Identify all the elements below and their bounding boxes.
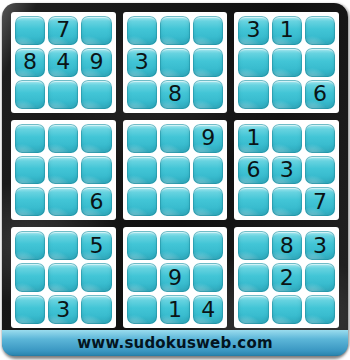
cell-r3c9[interactable]: 6 — [305, 80, 335, 109]
cell-r1c6[interactable] — [193, 16, 223, 45]
cell-r4c7[interactable]: 1 — [238, 124, 268, 153]
cell-r8c7[interactable] — [238, 263, 268, 292]
cell-value: 6 — [313, 83, 327, 105]
cell-r1c4[interactable] — [127, 16, 157, 45]
cell-r3c6[interactable] — [193, 80, 223, 109]
box-4: 6 — [11, 120, 116, 221]
cell-r6c1[interactable] — [15, 187, 45, 216]
cell-r1c2[interactable]: 7 — [48, 16, 78, 45]
cell-r6c7[interactable] — [238, 187, 268, 216]
cell-r9c9[interactable] — [305, 295, 335, 324]
cell-r6c5[interactable] — [160, 187, 190, 216]
cell-r8c3[interactable] — [81, 263, 111, 292]
cell-r9c7[interactable] — [238, 295, 268, 324]
cell-r7c9[interactable]: 3 — [305, 231, 335, 260]
cell-r2c1[interactable]: 8 — [15, 48, 45, 77]
box-2: 38 — [123, 12, 228, 113]
cell-r8c5[interactable]: 9 — [160, 263, 190, 292]
cell-r7c5[interactable] — [160, 231, 190, 260]
box-3: 316 — [234, 12, 339, 113]
cell-r6c6[interactable] — [193, 187, 223, 216]
cell-r4c2[interactable] — [48, 124, 78, 153]
cell-r4c8[interactable] — [272, 124, 302, 153]
cell-r7c6[interactable] — [193, 231, 223, 260]
cell-r6c4[interactable] — [127, 187, 157, 216]
cell-value: 6 — [246, 159, 260, 181]
cell-r5c7[interactable]: 6 — [238, 156, 268, 185]
cell-value: 9 — [201, 127, 215, 149]
cell-r2c2[interactable]: 4 — [48, 48, 78, 77]
cell-r6c8[interactable] — [272, 187, 302, 216]
cell-r2c5[interactable] — [160, 48, 190, 77]
cell-r5c4[interactable] — [127, 156, 157, 185]
cell-r9c8[interactable] — [272, 295, 302, 324]
cell-r6c2[interactable] — [48, 187, 78, 216]
cell-r5c5[interactable] — [160, 156, 190, 185]
cell-value: 3 — [280, 159, 294, 181]
cell-r9c4[interactable] — [127, 295, 157, 324]
cell-r3c2[interactable] — [48, 80, 78, 109]
cell-value: 6 — [90, 191, 104, 213]
cell-r2c4[interactable]: 3 — [127, 48, 157, 77]
cell-r4c5[interactable] — [160, 124, 190, 153]
footer-bar: www.sudokusweb.com — [2, 330, 348, 356]
cell-r6c3[interactable]: 6 — [81, 187, 111, 216]
cell-r4c3[interactable] — [81, 124, 111, 153]
cell-value: 1 — [280, 19, 294, 41]
website-link[interactable]: www.sudokusweb.com — [77, 334, 272, 352]
cell-r9c2[interactable]: 3 — [48, 295, 78, 324]
cell-r8c6[interactable] — [193, 263, 223, 292]
cell-r8c8[interactable]: 2 — [272, 263, 302, 292]
cell-r3c8[interactable] — [272, 80, 302, 109]
cell-r3c3[interactable] — [81, 80, 111, 109]
cell-value: 3 — [135, 51, 149, 73]
board-frame: 78493831669163753914832 www.sudokusweb.c… — [2, 3, 348, 356]
sudoku-plaque: 78493831669163753914832 www.sudokusweb.c… — [0, 0, 350, 360]
cell-value: 8 — [23, 51, 37, 73]
cell-value: 9 — [168, 267, 182, 289]
cell-r3c7[interactable] — [238, 80, 268, 109]
cell-value: 7 — [56, 19, 70, 41]
box-8: 914 — [123, 227, 228, 328]
cell-r7c8[interactable]: 8 — [272, 231, 302, 260]
cell-r7c7[interactable] — [238, 231, 268, 260]
cell-r8c9[interactable] — [305, 263, 335, 292]
cell-r3c4[interactable] — [127, 80, 157, 109]
cell-r6c9[interactable]: 7 — [305, 187, 335, 216]
cell-r4c9[interactable] — [305, 124, 335, 153]
cell-r2c3[interactable]: 9 — [81, 48, 111, 77]
box-5: 9 — [123, 120, 228, 221]
cell-r2c6[interactable] — [193, 48, 223, 77]
box-7: 53 — [11, 227, 116, 328]
cell-r8c1[interactable] — [15, 263, 45, 292]
sudoku-board: 78493831669163753914832 — [11, 12, 339, 328]
cell-r9c6[interactable]: 4 — [193, 295, 223, 324]
cell-r7c1[interactable] — [15, 231, 45, 260]
cell-r7c2[interactable] — [48, 231, 78, 260]
cell-value: 9 — [90, 51, 104, 73]
cell-r5c3[interactable] — [81, 156, 111, 185]
cell-r7c3[interactable]: 5 — [81, 231, 111, 260]
cell-value: 3 — [313, 235, 327, 257]
cell-r2c9[interactable] — [305, 48, 335, 77]
cell-r7c4[interactable] — [127, 231, 157, 260]
box-9: 832 — [234, 227, 339, 328]
cell-value: 3 — [56, 299, 70, 321]
cell-r3c5[interactable]: 8 — [160, 80, 190, 109]
cell-r5c6[interactable] — [193, 156, 223, 185]
cell-r4c4[interactable] — [127, 124, 157, 153]
cell-r4c1[interactable] — [15, 124, 45, 153]
cell-r4c6[interactable]: 9 — [193, 124, 223, 153]
cell-value: 8 — [280, 235, 294, 257]
cell-value: 2 — [280, 267, 294, 289]
cell-value: 8 — [168, 83, 182, 105]
cell-r2c7[interactable] — [238, 48, 268, 77]
cell-value: 4 — [56, 51, 70, 73]
cell-value: 4 — [201, 299, 215, 321]
box-6: 1637 — [234, 120, 339, 221]
cell-r5c8[interactable]: 3 — [272, 156, 302, 185]
cell-r9c3[interactable] — [81, 295, 111, 324]
cell-r1c5[interactable] — [160, 16, 190, 45]
cell-r9c5[interactable]: 1 — [160, 295, 190, 324]
cell-r8c2[interactable] — [48, 263, 78, 292]
cell-value: 3 — [246, 19, 260, 41]
cell-r1c1[interactable] — [15, 16, 45, 45]
cell-r1c7[interactable]: 3 — [238, 16, 268, 45]
cell-r5c9[interactable] — [305, 156, 335, 185]
cell-value: 7 — [313, 191, 327, 213]
cell-value: 5 — [90, 235, 104, 257]
cell-r5c2[interactable] — [48, 156, 78, 185]
cell-value: 1 — [168, 299, 182, 321]
cell-r1c8[interactable]: 1 — [272, 16, 302, 45]
cell-r1c3[interactable] — [81, 16, 111, 45]
cell-r2c8[interactable] — [272, 48, 302, 77]
cell-r8c4[interactable] — [127, 263, 157, 292]
cell-r3c1[interactable] — [15, 80, 45, 109]
cell-value: 1 — [246, 127, 260, 149]
cell-r5c1[interactable] — [15, 156, 45, 185]
cell-r1c9[interactable] — [305, 16, 335, 45]
cell-r9c1[interactable] — [15, 295, 45, 324]
box-1: 7849 — [11, 12, 116, 113]
